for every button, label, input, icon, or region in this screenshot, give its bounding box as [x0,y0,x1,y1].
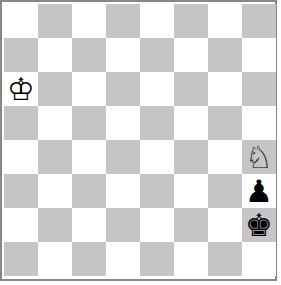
piece-white-king[interactable]: ♔ [7,72,35,106]
square-c6[interactable] [72,72,106,106]
square-h1[interactable] [242,242,276,276]
square-c1[interactable] [72,242,106,276]
square-h3[interactable]: ♟ [242,174,276,208]
square-a2[interactable] [4,208,38,242]
board-frame: ♔♘♟♚ [0,0,277,281]
square-b3[interactable] [38,174,72,208]
square-c4[interactable] [72,140,106,174]
square-g7[interactable] [208,38,242,72]
square-g3[interactable] [208,174,242,208]
square-a3[interactable] [4,174,38,208]
square-g5[interactable] [208,106,242,140]
square-b5[interactable] [38,106,72,140]
square-a6[interactable]: ♔ [4,72,38,106]
square-g4[interactable] [208,140,242,174]
square-f6[interactable] [174,72,208,106]
square-e8[interactable] [140,4,174,38]
square-c2[interactable] [72,208,106,242]
square-a7[interactable] [4,38,38,72]
square-b2[interactable] [38,208,72,242]
square-d2[interactable] [106,208,140,242]
square-a1[interactable] [4,242,38,276]
square-b1[interactable] [38,242,72,276]
square-g2[interactable] [208,208,242,242]
square-c3[interactable] [72,174,106,208]
square-d8[interactable] [106,4,140,38]
square-d6[interactable] [106,72,140,106]
square-a5[interactable] [4,106,38,140]
square-b4[interactable] [38,140,72,174]
square-g6[interactable] [208,72,242,106]
square-h5[interactable] [242,106,276,140]
square-c7[interactable] [72,38,106,72]
square-b8[interactable] [38,4,72,38]
square-a4[interactable] [4,140,38,174]
square-d5[interactable] [106,106,140,140]
square-g8[interactable] [208,4,242,38]
square-h6[interactable] [242,72,276,106]
square-e5[interactable] [140,106,174,140]
chess-diagram: ♔♘♟♚ [0,0,281,285]
square-h4[interactable]: ♘ [242,140,276,174]
square-c8[interactable] [72,4,106,38]
piece-white-knight[interactable]: ♘ [245,140,273,174]
square-f2[interactable] [174,208,208,242]
square-f5[interactable] [174,106,208,140]
square-b7[interactable] [38,38,72,72]
square-f8[interactable] [174,4,208,38]
square-h8[interactable] [242,4,276,38]
square-d4[interactable] [106,140,140,174]
square-f7[interactable] [174,38,208,72]
square-d1[interactable] [106,242,140,276]
square-e4[interactable] [140,140,174,174]
square-f3[interactable] [174,174,208,208]
square-f4[interactable] [174,140,208,174]
piece-black-pawn[interactable]: ♟ [245,174,273,208]
square-d7[interactable] [106,38,140,72]
square-c5[interactable] [72,106,106,140]
square-e2[interactable] [140,208,174,242]
square-e6[interactable] [140,72,174,106]
square-a8[interactable] [4,4,38,38]
piece-black-king[interactable]: ♚ [245,208,273,242]
square-e7[interactable] [140,38,174,72]
square-f1[interactable] [174,242,208,276]
square-d3[interactable] [106,174,140,208]
square-g1[interactable] [208,242,242,276]
square-h7[interactable] [242,38,276,72]
chess-board: ♔♘♟♚ [4,4,276,276]
square-e1[interactable] [140,242,174,276]
square-b6[interactable] [38,72,72,106]
square-e3[interactable] [140,174,174,208]
square-h2[interactable]: ♚ [242,208,276,242]
